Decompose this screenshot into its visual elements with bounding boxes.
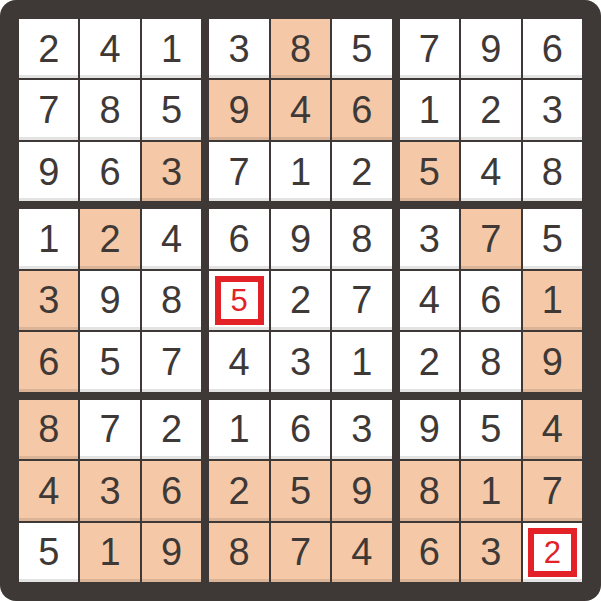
cell-r3c8[interactable]: 4 [461,142,520,201]
cell-digit: 5 [100,343,121,381]
cell-r3c2[interactable]: 6 [80,142,139,201]
cell-r3c4[interactable]: 7 [209,142,268,201]
cell-r7c3[interactable]: 2 [142,400,201,459]
cell-r7c4[interactable]: 1 [209,400,268,459]
cell-digit: 7 [100,410,121,448]
cell-r8c2[interactable]: 3 [80,461,139,520]
red-box-marker: 2 [528,528,577,577]
cell-digit: 5 [290,472,311,510]
cell-r1c7[interactable]: 7 [400,19,459,78]
cell-r6c8[interactable]: 8 [461,332,520,391]
cell-r8c9[interactable]: 7 [523,461,582,520]
cell-digit: 7 [228,153,249,191]
cell-r5c2[interactable]: 9 [80,271,139,330]
cell-r5c8[interactable]: 6 [461,271,520,330]
cell-r1c4[interactable]: 3 [209,19,268,78]
cell-r7c1[interactable]: 8 [19,400,78,459]
cell-digit: 8 [100,91,121,129]
cell-digit: 5 [419,153,440,191]
cell-r4c1[interactable]: 1 [19,209,78,268]
cell-digit: 4 [38,472,59,510]
cell-r2c4[interactable]: 9 [209,80,268,139]
cell-digit: 3 [351,410,372,448]
cell-digit: 3 [419,220,440,258]
cell-r7c5[interactable]: 6 [271,400,330,459]
cell-r9c8[interactable]: 3 [461,523,520,582]
cell-r3c5[interactable]: 1 [271,142,330,201]
cell-r5c4[interactable]: 5 [209,271,268,330]
cell-digit: 6 [161,472,182,510]
cell-digit: 9 [542,343,563,381]
cell-r7c9[interactable]: 4 [523,400,582,459]
cell-r6c9[interactable]: 9 [523,332,582,391]
cell-digit: 1 [480,472,501,510]
cell-digit: 8 [161,281,182,319]
cell-digit: 6 [480,281,501,319]
cell-r5c5[interactable]: 2 [271,271,330,330]
cell-r1c5[interactable]: 8 [271,19,330,78]
cell-r1c3[interactable]: 1 [142,19,201,78]
cell-r9c3[interactable]: 9 [142,523,201,582]
cell-r3c9[interactable]: 8 [523,142,582,201]
cell-digit: 7 [38,91,59,129]
cell-r6c5[interactable]: 3 [271,332,330,391]
cell-digit: 9 [480,30,501,68]
cell-digit: 8 [480,343,501,381]
cell-r3c7[interactable]: 5 [400,142,459,201]
cell-r2c1[interactable]: 7 [19,80,78,139]
cell-digit: 1 [161,30,182,68]
cell-r6c2[interactable]: 5 [80,332,139,391]
cell-digit: 1 [542,281,563,319]
cell-digit: 3 [38,281,59,319]
cell-digit: 5 [38,533,59,571]
sudoku-grid: 2413857967859461239637125481246983753985… [19,19,582,582]
cell-digit: 4 [100,30,121,68]
cell-digit: 9 [228,91,249,129]
cell-digit: 8 [419,472,440,510]
cell-r9c1[interactable]: 5 [19,523,78,582]
cell-r4c9[interactable]: 5 [523,209,582,268]
cell-digit: 9 [290,220,311,258]
cell-r5c9[interactable]: 1 [523,271,582,330]
cell-digit: 2 [480,91,501,129]
cell-digit: 5 [161,91,182,129]
cell-r4c7[interactable]: 3 [400,209,459,268]
cell-digit: 8 [38,410,59,448]
cell-r3c3[interactable]: 3 [142,142,201,201]
cell-r6c4[interactable]: 4 [209,332,268,391]
cell-r4c2[interactable]: 2 [80,209,139,268]
cell-r7c6[interactable]: 3 [332,400,391,459]
cell-digit: 9 [419,410,440,448]
cell-r9c2[interactable]: 1 [80,523,139,582]
cell-digit: 1 [38,220,59,258]
cell-r4c6[interactable]: 8 [332,209,391,268]
cell-digit: 3 [161,153,182,191]
cell-digit: 6 [542,30,563,68]
cell-digit: 1 [100,533,121,571]
cell-r7c7[interactable]: 9 [400,400,459,459]
cell-r7c8[interactable]: 5 [461,400,520,459]
cell-digit: 7 [351,281,372,319]
cell-digit: 8 [542,153,563,191]
cell-digit: 2 [419,343,440,381]
cell-digit: 5 [480,410,501,448]
cell-digit: 7 [480,220,501,258]
cell-r5c3[interactable]: 8 [142,271,201,330]
cell-digit: 2 [100,220,121,258]
cell-r6c6[interactable]: 1 [332,332,391,391]
cell-r8c4[interactable]: 2 [209,461,268,520]
cell-r3c6[interactable]: 2 [332,142,391,201]
cell-digit: 3 [290,343,311,381]
cell-digit: 9 [100,281,121,319]
cell-r6c7[interactable]: 2 [400,332,459,391]
red-box-marker: 5 [215,276,264,325]
cell-digit: 4 [419,281,440,319]
cell-digit: 7 [542,472,563,510]
cell-r9c6[interactable]: 4 [332,523,391,582]
cell-r2c6[interactable]: 6 [332,80,391,139]
cell-digit: 4 [161,220,182,258]
cell-digit: 6 [228,220,249,258]
cell-digit: 1 [351,343,372,381]
cell-r7c2[interactable]: 7 [80,400,139,459]
cell-r9c4[interactable]: 8 [209,523,268,582]
cell-digit: 6 [38,343,59,381]
cell-r4c4[interactable]: 6 [209,209,268,268]
cell-digit: 5 [542,220,563,258]
cell-digit: 8 [228,533,249,571]
cell-r2c3[interactable]: 5 [142,80,201,139]
cell-r9c9[interactable]: 2 [523,523,582,582]
cell-digit: 3 [542,91,563,129]
cell-r1c8[interactable]: 9 [461,19,520,78]
cell-digit: 6 [419,533,440,571]
cell-digit: 7 [161,343,182,381]
cell-digit: 2 [544,537,561,568]
cell-digit: 5 [351,30,372,68]
cell-digit: 8 [351,220,372,258]
cell-r5c1[interactable]: 3 [19,271,78,330]
cell-digit: 5 [230,285,247,316]
cell-digit: 7 [419,30,440,68]
cell-digit: 7 [290,533,311,571]
cell-r9c7[interactable]: 6 [400,523,459,582]
cell-digit: 3 [100,472,121,510]
cell-digit: 1 [290,153,311,191]
cell-digit: 1 [419,91,440,129]
cell-digit: 9 [161,533,182,571]
cell-digit: 4 [542,410,563,448]
cell-r8c6[interactable]: 9 [332,461,391,520]
cell-digit: 3 [480,533,501,571]
cell-digit: 9 [38,153,59,191]
cell-digit: 4 [480,153,501,191]
cell-r5c7[interactable]: 4 [400,271,459,330]
sudoku-board: 2413857967859461239637125481246983753985… [0,0,601,601]
cell-digit: 6 [290,410,311,448]
cell-digit: 8 [290,30,311,68]
cell-digit: 2 [228,472,249,510]
cell-r4c3[interactable]: 4 [142,209,201,268]
cell-r2c8[interactable]: 2 [461,80,520,139]
cell-digit: 6 [351,91,372,129]
cell-r1c6[interactable]: 5 [332,19,391,78]
cell-digit: 2 [290,281,311,319]
cell-r1c2[interactable]: 4 [80,19,139,78]
cell-r8c7[interactable]: 8 [400,461,459,520]
cell-digit: 2 [351,153,372,191]
cell-r2c5[interactable]: 4 [271,80,330,139]
cell-digit: 4 [228,343,249,381]
cell-r8c8[interactable]: 1 [461,461,520,520]
cell-r8c5[interactable]: 5 [271,461,330,520]
cell-digit: 3 [228,30,249,68]
cell-r8c1[interactable]: 4 [19,461,78,520]
cell-r6c1[interactable]: 6 [19,332,78,391]
cell-digit: 2 [38,30,59,68]
cell-r3c1[interactable]: 9 [19,142,78,201]
cell-r2c9[interactable]: 3 [523,80,582,139]
cell-digit: 4 [351,533,372,571]
cell-r9c5[interactable]: 7 [271,523,330,582]
cell-digit: 9 [351,472,372,510]
cell-digit: 1 [228,410,249,448]
cell-digit: 4 [290,91,311,129]
cell-r1c1[interactable]: 2 [19,19,78,78]
cell-r2c2[interactable]: 8 [80,80,139,139]
cell-r2c7[interactable]: 1 [400,80,459,139]
cell-r8c3[interactable]: 6 [142,461,201,520]
cell-digit: 2 [161,410,182,448]
cell-r1c9[interactable]: 6 [523,19,582,78]
cell-r5c6[interactable]: 7 [332,271,391,330]
cell-r4c5[interactable]: 9 [271,209,330,268]
cell-r6c3[interactable]: 7 [142,332,201,391]
cell-r4c8[interactable]: 7 [461,209,520,268]
cell-digit: 6 [100,153,121,191]
